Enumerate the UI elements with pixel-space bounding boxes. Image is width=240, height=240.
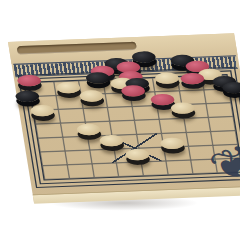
frame-tray-groove [17, 42, 137, 55]
board-cell [42, 165, 69, 180]
board-cell [184, 118, 211, 133]
board-cell [38, 137, 65, 152]
board-cell [116, 162, 143, 177]
board-cell [132, 106, 159, 121]
board-cell [63, 136, 90, 151]
board-cell [141, 161, 168, 176]
board-cell [108, 107, 135, 122]
photo-backdrop: ❦ [0, 0, 240, 240]
board-cell [206, 103, 233, 118]
board-cell [56, 95, 83, 110]
board-cell [36, 123, 63, 138]
game-board: ❦ [8, 33, 240, 203]
board-cell [159, 119, 186, 134]
board-cell [67, 164, 94, 179]
board-cell [83, 108, 110, 123]
board-cell [40, 151, 67, 166]
board-cell [65, 150, 92, 165]
board-cell [208, 117, 235, 132]
board-cell [110, 120, 137, 135]
board-cell [58, 109, 85, 124]
board-cell [92, 163, 119, 178]
board-cell [134, 119, 161, 134]
board-cell [166, 160, 193, 175]
